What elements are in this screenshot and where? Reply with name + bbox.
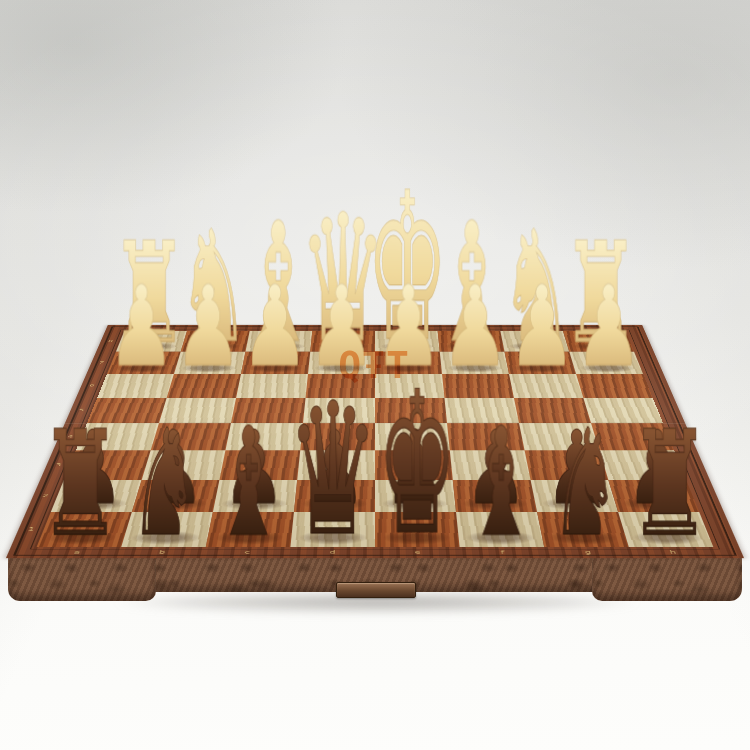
square-h3 bbox=[599, 450, 686, 480]
square-a5 bbox=[87, 398, 167, 423]
file-label-e: e bbox=[375, 550, 460, 555]
square-g5 bbox=[514, 398, 591, 423]
square-h8: ♜ bbox=[563, 331, 634, 352]
square-d4 bbox=[300, 423, 375, 450]
square-a2: ♟ bbox=[51, 480, 142, 512]
square-c1: ♝ bbox=[206, 512, 294, 547]
file-label-a: a bbox=[33, 550, 120, 555]
white-pawn: ♟ bbox=[575, 282, 643, 371]
board-grid: ♜♞♝♛♚♝♞♜♟♟♟♟♟♟♟♟♟♟♟♟♟♟♟♟♜♞♝♛♚♝♞♜ bbox=[37, 331, 714, 547]
square-h1: ♜ bbox=[618, 512, 713, 547]
square-g8: ♞ bbox=[500, 331, 569, 352]
square-f2: ♟ bbox=[453, 480, 537, 512]
square-b1: ♞ bbox=[121, 512, 213, 547]
square-c3 bbox=[219, 450, 300, 480]
square-a4 bbox=[76, 423, 159, 450]
square-f6 bbox=[442, 374, 514, 398]
product-photo-scene: abcdefgh 87654321 ♜♞♝♛♚♝♞♜♟♟♟♟♟♟♟♟♟♟♟♟♟♟… bbox=[0, 0, 750, 750]
folding-clasp-latch bbox=[336, 582, 416, 598]
white-pawn: ♟ bbox=[174, 282, 242, 371]
square-a7: ♟ bbox=[107, 352, 181, 374]
square-f4 bbox=[447, 423, 525, 450]
file-label-g: g bbox=[545, 550, 631, 555]
square-b3 bbox=[142, 450, 226, 480]
file-coordinate-labels: abcdefgh bbox=[33, 550, 716, 555]
white-knight: ♞ bbox=[178, 226, 250, 349]
square-d6 bbox=[306, 374, 375, 398]
square-c6 bbox=[236, 374, 308, 398]
square-a1: ♜ bbox=[37, 512, 132, 547]
chess-board: abcdefgh 87654321 ♜♞♝♛♚♝♞♜♟♟♟♟♟♟♟♟♟♟♟♟♟♟… bbox=[6, 325, 744, 558]
square-e4 bbox=[375, 423, 450, 450]
square-c5 bbox=[231, 398, 306, 423]
square-f7: ♟ bbox=[440, 352, 509, 374]
file-label-d: d bbox=[290, 550, 375, 555]
square-d3 bbox=[297, 450, 375, 480]
square-e5 bbox=[375, 398, 447, 423]
square-d2: ♟ bbox=[294, 480, 375, 512]
square-e6 bbox=[375, 374, 444, 398]
white-pawn: ♟ bbox=[441, 282, 509, 371]
file-label-f: f bbox=[460, 550, 546, 555]
square-f1: ♝ bbox=[456, 512, 544, 547]
white-pawn: ♟ bbox=[508, 282, 576, 371]
square-b7: ♟ bbox=[174, 352, 245, 374]
board-surface: abcdefgh 87654321 ♜♞♝♛♚♝♞♜♟♟♟♟♟♟♟♟♟♟♟♟♟♟… bbox=[6, 325, 744, 558]
square-f3 bbox=[450, 450, 531, 480]
square-g6 bbox=[509, 374, 583, 398]
square-g3 bbox=[525, 450, 609, 480]
square-g2: ♟ bbox=[531, 480, 619, 512]
square-c7: ♟ bbox=[241, 352, 310, 374]
white-knight: ♞ bbox=[500, 226, 572, 349]
square-c8: ♝ bbox=[245, 331, 312, 352]
white-bishop: ♝ bbox=[240, 218, 317, 350]
white-king: ♚ bbox=[366, 186, 448, 349]
square-b8: ♞ bbox=[181, 331, 250, 352]
rank-label-2: 2 bbox=[33, 480, 58, 512]
square-h6 bbox=[576, 374, 653, 398]
square-f5 bbox=[444, 398, 519, 423]
square-e1: ♚ bbox=[375, 512, 460, 547]
square-b5 bbox=[159, 398, 236, 423]
white-pawn: ♟ bbox=[308, 282, 376, 371]
white-queen: ♛ bbox=[299, 209, 387, 350]
white-pawn: ♟ bbox=[374, 282, 442, 371]
square-b2: ♟ bbox=[132, 480, 220, 512]
file-label-b: b bbox=[119, 550, 205, 555]
square-d5 bbox=[303, 398, 375, 423]
square-c4 bbox=[225, 423, 303, 450]
square-h5 bbox=[583, 398, 663, 423]
board-right-foot bbox=[592, 556, 742, 601]
square-e3 bbox=[375, 450, 453, 480]
square-b6 bbox=[167, 374, 241, 398]
black-king: ♚ bbox=[377, 386, 456, 543]
square-a8: ♜ bbox=[116, 331, 187, 352]
file-label-h: h bbox=[630, 550, 717, 555]
white-rook: ♜ bbox=[561, 238, 641, 350]
file-label-c: c bbox=[204, 550, 290, 555]
white-bishop: ♝ bbox=[433, 218, 510, 350]
square-e8: ♚ bbox=[375, 331, 440, 352]
square-a6 bbox=[97, 374, 174, 398]
square-g1: ♞ bbox=[537, 512, 629, 547]
square-h7: ♟ bbox=[569, 352, 643, 374]
square-a3 bbox=[64, 450, 151, 480]
square-d1: ♛ bbox=[290, 512, 375, 547]
square-h4 bbox=[591, 423, 674, 450]
square-e2: ♟ bbox=[375, 480, 456, 512]
square-g7: ♟ bbox=[505, 352, 576, 374]
square-d8: ♛ bbox=[310, 331, 375, 352]
square-e7: ♟ bbox=[375, 352, 442, 374]
square-g4 bbox=[519, 423, 599, 450]
board-left-foot bbox=[8, 556, 156, 601]
white-rook: ♜ bbox=[109, 238, 189, 350]
white-pawn: ♟ bbox=[107, 282, 175, 371]
square-d7: ♟ bbox=[308, 352, 375, 374]
square-h2: ♟ bbox=[608, 480, 699, 512]
square-c2: ♟ bbox=[213, 480, 297, 512]
white-pawn: ♟ bbox=[241, 282, 309, 371]
square-f8: ♝ bbox=[438, 331, 505, 352]
square-b4 bbox=[151, 423, 231, 450]
